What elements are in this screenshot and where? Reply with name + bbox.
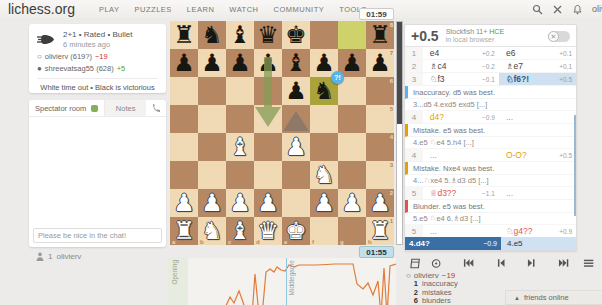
square-c2[interactable]: ♟ <box>226 189 254 217</box>
last-move-button[interactable] <box>558 258 569 268</box>
black-rook-a8: ♜ <box>173 21 195 49</box>
chat-messages <box>29 117 166 225</box>
spectator-room-label: Spectator room <box>35 104 86 113</box>
square-e8[interactable]: ♚ <box>282 21 310 49</box>
next-move-button[interactable] <box>527 258 535 268</box>
move-eval: +0.1 <box>559 63 572 70</box>
white-pawn-a2: ♟ <box>173 189 195 217</box>
black-pawn-g7: ♟ <box>341 49 363 77</box>
white-rook-a1: ♜ <box>173 217 195 245</box>
variation-line[interactable]: 5.e5 ♘e4 6.♗d3 [...] <box>405 213 576 225</box>
square-b2[interactable]: ♟ <box>198 189 226 217</box>
square-a6[interactable] <box>170 77 198 105</box>
coord-file-h: h <box>368 239 372 245</box>
square-a1[interactable]: ♜a <box>170 217 198 245</box>
square-g1[interactable]: g <box>338 217 366 245</box>
white-color-icon: ○ <box>37 52 42 61</box>
move-row: 5♕d3??−1.1... <box>405 187 576 200</box>
square-c6[interactable] <box>226 77 254 105</box>
move-e4[interactable]: e4+0.2 <box>423 47 499 59</box>
square-f1[interactable]: f <box>310 217 338 245</box>
black-knight-b8: ♞ <box>201 21 223 49</box>
black-bishop-c8: ♝ <box>229 21 251 49</box>
judgment-comment: Inaccuracy. d5 was best. <box>405 86 576 99</box>
coord-file-b: b <box>200 239 204 245</box>
tab-notes[interactable]: Notes <box>104 100 146 116</box>
move-row: 2♗c4−0.2♗e7+0.1 <box>405 60 576 73</box>
game-result: White time out • Black is victorious <box>37 78 158 92</box>
black-pawn-b7: ♟ <box>201 49 223 77</box>
square-a7[interactable]: ♟ <box>170 49 198 77</box>
phone-icon[interactable] <box>151 103 161 113</box>
chat-input[interactable]: Please be nice in the chat! <box>33 228 162 243</box>
black-pawn-d7: ♟ <box>257 49 279 77</box>
square-h1[interactable]: ♜1h <box>366 217 394 245</box>
square-d2[interactable]: ♟ <box>254 189 282 217</box>
move-d4?[interactable]: d4?−0.9 <box>423 111 499 123</box>
square-b6[interactable] <box>198 77 226 105</box>
challenge-icon[interactable] <box>552 4 563 15</box>
coord-rank-7: 7 <box>390 50 393 56</box>
black-clock: 01:59 <box>359 8 394 20</box>
move-eval: −1.1 <box>482 190 495 197</box>
friends-online-bar[interactable]: ▲ friends online <box>505 290 602 305</box>
white-pawn-g2: ♟ <box>341 189 363 217</box>
lichess-logo[interactable]: lichess.org <box>8 1 75 17</box>
spectator-name[interactable]: olivierv <box>56 252 81 261</box>
square-c4[interactable]: ♝ <box>226 133 254 161</box>
username-menu[interactable]: olivierv <box>592 4 602 14</box>
move-e6[interactable]: e6+0.1 <box>499 47 576 59</box>
chess-board[interactable]: ♜♞♝♛♚♜8♟♟♟♟♝♟♟♟7♟♞65♝♟4♞3♟♟♟♟♟♟♟2♜a♞b♝c♛… <box>170 21 394 245</box>
variation-line[interactable]: 4...♘xe4 5.♗d3 d5 [...] <box>405 175 576 187</box>
square-d1[interactable]: ♛d <box>254 217 282 245</box>
square-g2[interactable]: ♟ <box>338 189 366 217</box>
move-eval: +0.9 <box>559 228 572 235</box>
expand-up-icon: ▲ <box>514 295 520 301</box>
square-e4[interactable]: ♟ <box>282 133 310 161</box>
square-g8[interactable] <box>338 21 366 49</box>
square-b7[interactable]: ♟ <box>198 49 226 77</box>
move-index: 5 <box>405 225 423 237</box>
black-pawn-c7: ♟ <box>229 49 251 77</box>
move-row: 1e4+0.2e6+0.1 <box>405 47 576 60</box>
square-f3[interactable]: ♞ <box>310 161 338 189</box>
eval-gauge-black-part <box>397 22 402 124</box>
coord-file-e: e <box>284 239 287 245</box>
analysis-controls <box>404 255 594 271</box>
move-♘g4??[interactable]: ♘g4??+0.9 <box>499 225 576 237</box>
move-♕d3??[interactable]: ♕d3??−1.1 <box>423 187 499 199</box>
move-index: 1 <box>405 47 423 59</box>
move-O-O?[interactable]: O-O?+0.5 <box>499 149 576 161</box>
settings-gear-icon[interactable] <box>431 258 441 269</box>
game-time-ago: 6 minutes ago <box>63 40 132 49</box>
move-index: 4 <box>405 149 423 161</box>
eval-gauge <box>396 21 403 245</box>
coord-rank-5: 5 <box>390 106 393 112</box>
nav-item-play[interactable]: PLAY <box>99 5 120 14</box>
coord-rank-1: 1 <box>390 218 393 224</box>
game-type: 2+1 • Rated • Bullet <box>63 30 132 39</box>
move-...[interactable]: ... <box>423 149 499 161</box>
square-d3[interactable] <box>254 161 282 189</box>
square-g4[interactable] <box>338 133 366 161</box>
move-eval: +0.1 <box>559 50 572 57</box>
move-index: 2 <box>405 60 423 72</box>
white-pawn-e4: ♟ <box>285 133 307 161</box>
square-g5[interactable] <box>338 105 366 133</box>
white-queen-d1: ♛ <box>257 217 279 245</box>
engine-location: in local browser <box>446 36 504 44</box>
coord-rank-2: 2 <box>390 190 393 196</box>
move-...[interactable]: ... <box>423 225 499 237</box>
square-a3[interactable] <box>170 161 198 189</box>
analysis-panel: +0.5 Stockfish 11+ HCE in local browser … <box>404 24 577 251</box>
coord-rank-4: 4 <box>390 134 393 140</box>
square-c5[interactable] <box>226 105 254 133</box>
white-clock: 01:55 <box>359 246 394 258</box>
white-pawn-c2: ♟ <box>229 189 251 217</box>
advantage-line <box>168 258 396 305</box>
square-e6[interactable]: ♟ <box>282 77 310 105</box>
square-h3[interactable]: 3 <box>366 161 394 189</box>
menu-icon[interactable] <box>583 258 594 268</box>
move-eval: +0.5 <box>559 152 572 159</box>
move-row: 5...♘g4??+0.9 <box>405 225 576 237</box>
square-h5[interactable]: 5 <box>366 105 394 133</box>
middlegame-divider <box>286 258 287 305</box>
white-pawn-b2: ♟ <box>201 189 223 217</box>
move-row: 4d4?−0.9... <box>405 111 576 124</box>
coord-file-d: d <box>256 239 260 245</box>
square-a2[interactable]: ♟ <box>170 189 198 217</box>
middlegame-label: Middlegame <box>288 260 295 295</box>
square-e5[interactable] <box>282 105 310 133</box>
black-color-icon: ● <box>37 64 42 73</box>
move-row: 3♘f3−0.1♘f6?!+0.5 <box>405 73 576 86</box>
spectator-list: 1 olivierv <box>36 252 81 261</box>
nav-item-puzzles[interactable]: PUZZLES <box>135 5 172 14</box>
square-b3[interactable] <box>198 161 226 189</box>
footer-current-eval: −0.9 <box>483 240 497 247</box>
judgment-comment: Blunder. e5 was best. <box>405 200 576 213</box>
variation-line[interactable]: 4.e5 ♘e4 5.h4 [...] <box>405 137 576 149</box>
search-icon[interactable] <box>532 4 543 15</box>
move-eval: −0.9 <box>482 114 495 121</box>
black-pawn-h7: ♟ <box>369 49 391 77</box>
black-rook-h8: ♜ <box>369 21 391 49</box>
tab-spectator-room[interactable]: Spectator room <box>29 100 104 116</box>
square-h6[interactable]: 6 <box>366 77 394 105</box>
square-a8[interactable]: ♜ <box>170 21 198 49</box>
coord-file-g: g <box>340 239 344 245</box>
move-row: 4...O-O?+0.5 <box>405 149 576 162</box>
square-b4[interactable] <box>198 133 226 161</box>
black-pawn-e6: ♟ <box>285 77 307 105</box>
engine-toggle[interactable]: ✕ <box>548 31 570 42</box>
nav-item-community[interactable]: COMMUNITY <box>274 5 325 14</box>
engine-eval: +0.5 <box>411 28 439 44</box>
black-pawn-a7: ♟ <box>173 49 195 77</box>
square-e7[interactable]: ♝ <box>282 49 310 77</box>
square-e1[interactable]: ♚e <box>282 217 310 245</box>
friends-online-label: friends online <box>524 293 569 302</box>
move-♘f6?![interactable]: ♘f6?!+0.5 <box>499 73 576 85</box>
footer-alt-move[interactable]: 4.e5 <box>501 237 576 250</box>
advantage-graph[interactable]: Opening Middlegame <box>168 258 396 305</box>
white-pawn-f2: ♟ <box>313 189 335 217</box>
game-meta-card: 2+1 • Rated • Bullet 6 minutes ago ○ oli… <box>29 24 166 93</box>
nav-item-watch[interactable]: WATCH <box>229 5 258 14</box>
engine-tag: HCE <box>489 28 504 35</box>
white-knight-f3: ♞ <box>313 161 335 189</box>
move-eval: −0.2 <box>482 63 495 70</box>
white-bishop-c1: ♝ <box>229 217 251 245</box>
square-a4[interactable] <box>170 133 198 161</box>
square-d7[interactable]: ♟ <box>254 49 282 77</box>
move-♗e7[interactable]: ♗e7+0.1 <box>499 60 576 72</box>
move-index: 3 <box>405 73 423 85</box>
square-h4[interactable]: 4 <box>366 133 394 161</box>
square-d4[interactable] <box>254 133 282 161</box>
opening-label: Opening <box>171 260 178 285</box>
square-b1[interactable]: ♞b <box>198 217 226 245</box>
square-g3[interactable] <box>338 161 366 189</box>
white-king-e1: ♚ <box>285 217 307 245</box>
move-eval: −0.1 <box>482 76 495 83</box>
black-king-e8: ♚ <box>285 21 307 49</box>
white-knight-b1: ♞ <box>201 217 223 245</box>
square-c8[interactable]: ♝ <box>226 21 254 49</box>
square-c3[interactable] <box>226 161 254 189</box>
bell-icon[interactable] <box>572 4 583 15</box>
footer-current-san: 4.d4? <box>409 239 430 248</box>
move-...[interactable]: ... <box>499 111 576 123</box>
square-d5[interactable] <box>254 105 282 133</box>
analysis-board-icon[interactable] <box>409 258 421 269</box>
move-judgment-badge: ?! <box>331 71 344 84</box>
move-♗c4[interactable]: ♗c4−0.2 <box>423 60 499 72</box>
lichess-analysis-page: lichess.org PLAYPUZZLESLEARNWATCHCOMMUNI… <box>0 0 602 305</box>
square-f5[interactable] <box>310 105 338 133</box>
bullet-icon <box>37 33 57 46</box>
white-rook-h1: ♜ <box>369 217 391 245</box>
judgment-comment: Mistake. e5 was best. <box>405 124 576 137</box>
coord-rank-6: 6 <box>390 78 393 84</box>
variation-line[interactable]: 3...d5 4.exd5 exd5 [...] <box>405 99 576 111</box>
coord-file-c: c <box>228 239 231 245</box>
square-f2[interactable]: ♟ <box>310 189 338 217</box>
black-bishop-e7: ♝ <box>285 49 307 77</box>
engine-toggle-knob: ✕ <box>548 31 559 42</box>
white-pawn-d2: ♟ <box>257 189 279 217</box>
move-♘f3[interactable]: ♘f3−0.1 <box>423 73 499 85</box>
black-player[interactable]: ● shreevatsag55 (628) +5 <box>37 64 158 73</box>
notes-label: Notes <box>116 104 136 113</box>
square-b5[interactable] <box>198 105 226 133</box>
footer-current-move[interactable]: 4.d4? −0.9 <box>405 237 501 250</box>
coord-rank-8: 8 <box>390 22 393 28</box>
person-icon <box>36 252 44 261</box>
spectator-count: 1 <box>48 252 52 261</box>
first-move-button[interactable] <box>463 258 474 268</box>
square-h7[interactable]: ♟7 <box>366 49 394 77</box>
white-name-rating: olivierv (619?) <box>45 52 92 61</box>
square-f4[interactable] <box>310 133 338 161</box>
move-list-scrollbar[interactable] <box>574 115 576 216</box>
coord-rank-3: 3 <box>390 162 393 168</box>
judgment-comment: Mistake. Nxe4 was best. <box>405 162 576 175</box>
move-...[interactable]: ... <box>499 187 576 199</box>
engine-name: Stockfish 11+ <box>446 28 488 35</box>
coord-file-a: a <box>172 239 175 245</box>
square-a5[interactable] <box>170 105 198 133</box>
square-h8[interactable]: ♜8 <box>366 21 394 49</box>
black-name-rating: shreevatsag55 (628) <box>45 64 114 73</box>
move-eval: +0.2 <box>482 50 495 57</box>
move-eval: +0.5 <box>559 76 572 83</box>
square-e3[interactable] <box>282 161 310 189</box>
square-d8[interactable]: ♛ <box>254 21 282 49</box>
white-pawn-h2: ♟ <box>369 189 391 217</box>
presence-dot <box>91 105 98 112</box>
black-rating-delta: +5 <box>117 64 126 73</box>
square-b8[interactable]: ♞ <box>198 21 226 49</box>
square-h2[interactable]: ♟2 <box>366 189 394 217</box>
top-navbar: lichess.org PLAYPUZZLESLEARNWATCHCOMMUNI… <box>0 0 602 18</box>
square-e2[interactable] <box>282 189 310 217</box>
move-index: 5 <box>405 187 423 199</box>
square-d6[interactable] <box>254 77 282 105</box>
coord-file-f: f <box>312 239 314 245</box>
move-list: 1e4+0.2e6+0.12♗c4−0.2♗e7+0.13♘f3−0.1♘f6?… <box>405 47 576 237</box>
chat-card: Spectator room Notes Please be nice in t… <box>29 100 166 247</box>
black-queen-d8: ♛ <box>257 21 279 49</box>
move-index: 4 <box>405 111 423 123</box>
nav-menu: PLAYPUZZLESLEARNWATCHCOMMUNITYTOOLS <box>99 5 367 14</box>
white-bishop-c4: ♝ <box>229 133 251 161</box>
white-rating-delta: −19 <box>95 52 108 61</box>
square-c7[interactable]: ♟ <box>226 49 254 77</box>
prev-move-button[interactable] <box>497 258 505 268</box>
stats-color-icon: ○ <box>406 271 411 280</box>
square-f8[interactable] <box>310 21 338 49</box>
white-player[interactable]: ○ olivierv (619?) −19 <box>37 52 158 61</box>
nav-item-learn[interactable]: LEARN <box>187 5 215 14</box>
square-c1[interactable]: ♝c <box>226 217 254 245</box>
